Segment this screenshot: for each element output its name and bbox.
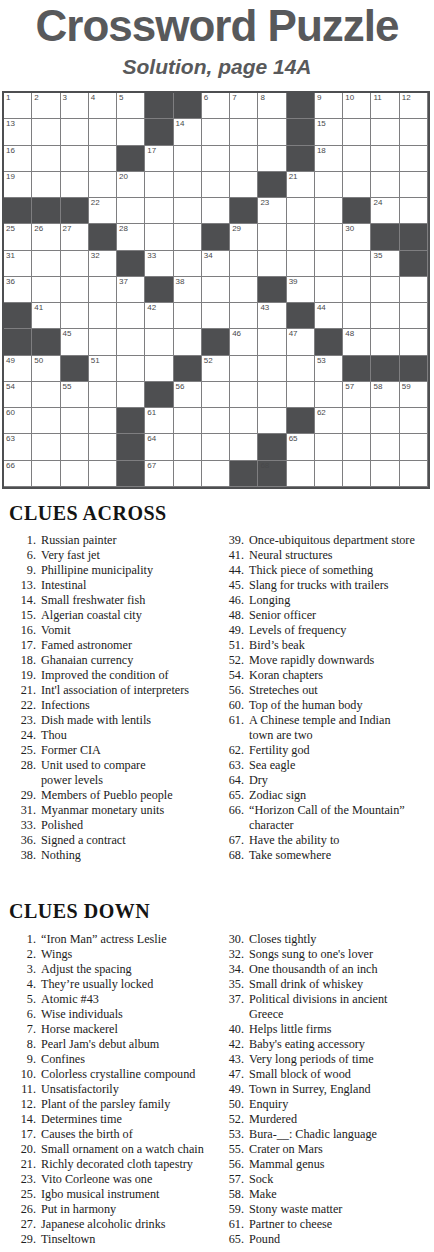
clue-number: 20. (8, 1142, 36, 1157)
grid-cell[interactable]: 57 (343, 382, 371, 408)
grid-cell[interactable] (230, 251, 258, 277)
grid-cell[interactable] (400, 146, 428, 172)
grid-cell[interactable] (371, 303, 399, 329)
grid-cell[interactable] (230, 356, 258, 382)
grid-cell[interactable]: 58 (371, 382, 399, 408)
grid-cell[interactable]: 24 (371, 198, 399, 224)
grid-cell[interactable] (202, 303, 230, 329)
clue-item: 33.Polished (8, 818, 224, 833)
grid-cell[interactable] (89, 277, 117, 303)
grid-cell[interactable] (89, 434, 117, 460)
grid-cell[interactable] (61, 408, 89, 434)
grid-cell[interactable] (202, 146, 230, 172)
grid-cell[interactable]: 65 (287, 434, 315, 460)
clue-text: Members of Pueblo people (41, 788, 173, 803)
clue-text: Small freshwater fish (41, 593, 145, 608)
cell-number: 47 (289, 329, 298, 339)
grid-cell[interactable] (315, 172, 343, 198)
grid-cell[interactable]: 52 (202, 356, 230, 382)
grid-cell[interactable] (202, 277, 230, 303)
grid-cell[interactable]: 42 (145, 303, 173, 329)
grid-cell[interactable] (32, 172, 60, 198)
grid-cell[interactable] (32, 119, 60, 145)
grid-block-cell (89, 224, 117, 250)
clue-text: Confines (41, 1052, 85, 1067)
grid-cell[interactable] (315, 277, 343, 303)
clue-number: 22. (8, 698, 36, 713)
grid-cell[interactable] (287, 251, 315, 277)
clue-number: 42. (216, 1037, 244, 1052)
grid-cell[interactable] (202, 461, 230, 487)
clue-number: 51. (216, 638, 244, 653)
grid-cell[interactable]: 16 (4, 146, 32, 172)
grid-block-cell (145, 93, 173, 119)
clue-text: Vomit (41, 623, 71, 638)
grid-cell[interactable] (371, 146, 399, 172)
clue-text: Very long periods of time (249, 1052, 374, 1067)
cell-number: 6 (204, 93, 208, 103)
clue-number: 48. (216, 608, 244, 623)
grid-cell[interactable]: 45 (61, 329, 89, 355)
clue-text: Sock (249, 1172, 273, 1187)
cell-number: 54 (6, 382, 15, 392)
grid-cell[interactable] (61, 434, 89, 460)
grid-cell[interactable]: 20 (117, 172, 145, 198)
grid-cell[interactable] (315, 382, 343, 408)
grid-cell[interactable]: 1 (4, 93, 32, 119)
grid-cell[interactable] (315, 224, 343, 250)
grid-cell[interactable]: 51 (89, 356, 117, 382)
grid-cell[interactable] (61, 172, 89, 198)
clue-item: 17.Famed astronomer (8, 638, 224, 653)
clue-item: 37.Political divisions in ancient Greece (216, 992, 432, 1022)
grid-cell[interactable] (117, 382, 145, 408)
grid-cell[interactable] (174, 329, 202, 355)
grid-cell[interactable] (343, 172, 371, 198)
clue-text: Streteches out (249, 683, 318, 698)
grid-cell[interactable]: 38 (174, 277, 202, 303)
clue-text: Partner to cheese (249, 1217, 332, 1232)
clue-item: 18.Ghanaian currency (8, 653, 224, 668)
grid-cell[interactable] (230, 119, 258, 145)
grid-cell[interactable] (174, 303, 202, 329)
grid-cell[interactable] (202, 382, 230, 408)
grid-cell[interactable]: 31 (4, 251, 32, 277)
clue-text: Koran chapters (249, 668, 323, 683)
clue-number: 19. (8, 668, 36, 683)
grid-cell[interactable] (89, 461, 117, 487)
grid-block-cell (400, 224, 428, 250)
grid-block-cell (61, 198, 89, 224)
grid-cell[interactable] (400, 277, 428, 303)
grid-cell[interactable] (258, 146, 286, 172)
clue-text: Signed a contract (41, 833, 126, 848)
grid-cell[interactable] (174, 198, 202, 224)
grid-cell[interactable] (230, 277, 258, 303)
cell-number: 64 (147, 434, 156, 444)
grid-cell[interactable] (174, 146, 202, 172)
cell-number: 61 (147, 408, 156, 418)
grid-cell[interactable] (202, 119, 230, 145)
grid-cell[interactable]: 12 (400, 93, 428, 119)
grid-cell[interactable] (371, 434, 399, 460)
grid-cell[interactable]: 21 (287, 172, 315, 198)
grid-cell[interactable]: 39 (287, 277, 315, 303)
clue-text: Russian painter (41, 533, 116, 548)
grid-cell[interactable]: 8 (258, 93, 286, 119)
clue-number: 41. (216, 548, 244, 563)
clue-item: 56.Streteches out (216, 683, 432, 698)
grid-cell[interactable] (400, 172, 428, 198)
clue-number: 2. (8, 947, 36, 962)
grid-cell[interactable] (174, 172, 202, 198)
grid-cell[interactable] (343, 408, 371, 434)
grid-cell[interactable] (89, 146, 117, 172)
grid-cell[interactable] (400, 119, 428, 145)
grid-cell[interactable]: 18 (315, 146, 343, 172)
cell-number: 3 (63, 93, 67, 103)
clue-item: 61.A Chinese temple and Indian town are … (216, 713, 432, 743)
grid-cell[interactable]: 67 (145, 461, 173, 487)
grid-cell[interactable] (315, 198, 343, 224)
grid-cell[interactable]: 29 (230, 224, 258, 250)
grid-cell[interactable]: 36 (4, 277, 32, 303)
grid-cell[interactable] (61, 303, 89, 329)
grid-cell[interactable] (202, 198, 230, 224)
cell-number: 50 (34, 356, 43, 366)
grid-cell[interactable] (145, 329, 173, 355)
clue-number: 39. (216, 533, 244, 548)
grid-cell[interactable] (258, 119, 286, 145)
grid-cell[interactable] (230, 303, 258, 329)
clue-item: 21.Int'l association of interpreters (8, 683, 224, 698)
grid-cell[interactable]: 64 (145, 434, 173, 460)
cell-number: 51 (91, 356, 100, 366)
grid-cell[interactable] (343, 146, 371, 172)
grid-cell[interactable] (371, 329, 399, 355)
grid-cell[interactable] (202, 408, 230, 434)
grid-cell[interactable]: 47 (287, 329, 315, 355)
grid-cell[interactable]: 48 (343, 329, 371, 355)
grid-cell[interactable] (174, 434, 202, 460)
grid-cell[interactable]: 54 (4, 382, 32, 408)
clue-text: Phillipine municipality (41, 563, 153, 578)
grid-cell[interactable] (258, 329, 286, 355)
clue-item: 9.Phillipine municipality (8, 563, 224, 578)
grid-cell[interactable] (400, 434, 428, 460)
cell-number: 37 (119, 277, 128, 287)
grid-cell[interactable] (117, 356, 145, 382)
grid-cell[interactable] (117, 329, 145, 355)
grid-cell[interactable] (117, 198, 145, 224)
clue-text: Dry (249, 773, 268, 788)
grid-cell[interactable] (343, 277, 371, 303)
clue-text: Neural structures (249, 548, 333, 563)
grid-cell[interactable]: 2 (32, 93, 60, 119)
grid-cell[interactable] (287, 461, 315, 487)
clue-text: Colorless crystalline compound (41, 1067, 195, 1082)
grid-cell[interactable] (400, 408, 428, 434)
grid-cell[interactable]: 44 (315, 303, 343, 329)
grid-cell[interactable] (117, 119, 145, 145)
grid-cell[interactable] (400, 198, 428, 224)
grid-cell[interactable]: 10 (343, 93, 371, 119)
grid-cell[interactable]: 53 (315, 356, 343, 382)
grid-cell[interactable]: 6 (202, 93, 230, 119)
grid-cell[interactable] (371, 119, 399, 145)
grid-cell[interactable] (61, 119, 89, 145)
grid-cell[interactable]: 13 (4, 119, 32, 145)
clue-text: Put in harmony (41, 1202, 116, 1217)
grid-cell[interactable] (258, 356, 286, 382)
grid-cell[interactable] (32, 408, 60, 434)
cell-number: 15 (317, 119, 326, 129)
grid-cell[interactable] (145, 224, 173, 250)
grid-cell[interactable]: 50 (32, 356, 60, 382)
clue-number: 44. (216, 563, 244, 578)
grid-cell[interactable] (343, 303, 371, 329)
grid-cell[interactable]: 63 (4, 434, 32, 460)
grid-cell[interactable] (315, 461, 343, 487)
grid-cell[interactable] (174, 251, 202, 277)
grid-cell[interactable] (32, 251, 60, 277)
clue-number: 50. (216, 1097, 244, 1112)
cell-number: 12 (402, 93, 411, 103)
grid-cell[interactable] (258, 251, 286, 277)
grid-cell[interactable]: 25 (4, 224, 32, 250)
clue-item: 21.Richly decorated cloth tapestry (8, 1157, 224, 1172)
grid-cell[interactable] (287, 224, 315, 250)
grid-cell[interactable]: 49 (4, 356, 32, 382)
grid-cell[interactable]: 37 (117, 277, 145, 303)
grid-cell[interactable] (230, 408, 258, 434)
grid-block-cell (230, 461, 258, 487)
grid-cell[interactable] (89, 329, 117, 355)
clue-number: 21. (8, 683, 36, 698)
clue-item: 67.Have the ability to (216, 833, 432, 848)
clues-across-column-left: 1.Russian painter6.Very fast jet9.Philli… (8, 533, 224, 863)
clue-item: 6.Very fast jet (8, 548, 224, 563)
grid-cell[interactable] (343, 434, 371, 460)
clue-item: 42.Baby's eating accessory (216, 1037, 432, 1052)
cell-number: 13 (6, 119, 15, 129)
grid-cell[interactable] (400, 329, 428, 355)
grid-cell[interactable]: 26 (32, 224, 60, 250)
clue-number: 10. (8, 1067, 36, 1082)
grid-cell[interactable]: 11 (371, 93, 399, 119)
page-title: Crossword Puzzle (0, 1, 434, 51)
clue-text: They’re usually locked (41, 977, 153, 992)
grid-cell[interactable]: 35 (371, 251, 399, 277)
grid-cell[interactable]: 3 (61, 93, 89, 119)
grid-cell[interactable]: 56 (174, 382, 202, 408)
clue-item: 46.Longing (216, 593, 432, 608)
clue-number: 29. (8, 788, 36, 803)
grid-cell[interactable] (343, 461, 371, 487)
grid-block-cell (61, 356, 89, 382)
cell-number: 34 (204, 251, 213, 261)
cell-number: 48 (345, 329, 354, 339)
clue-text: Tinseltown (41, 1232, 95, 1247)
grid-cell[interactable] (32, 434, 60, 460)
grid-cell[interactable]: 19 (4, 172, 32, 198)
grid-cell[interactable] (174, 408, 202, 434)
page-subtitle: Solution, page 14A (0, 55, 434, 79)
grid-cell[interactable] (315, 434, 343, 460)
grid-cell[interactable] (202, 172, 230, 198)
grid-cell[interactable] (174, 461, 202, 487)
grid-cell[interactable]: 9 (315, 93, 343, 119)
grid-cell[interactable]: 61 (145, 408, 173, 434)
grid-cell[interactable]: 55 (61, 382, 89, 408)
grid-cell[interactable]: 30 (343, 224, 371, 250)
grid-cell[interactable] (61, 461, 89, 487)
clue-number: 36. (8, 833, 36, 848)
clue-number: 9. (8, 1052, 36, 1067)
grid-cell[interactable]: 66 (4, 461, 32, 487)
clue-item: 9.Confines (8, 1052, 224, 1067)
grid-cell[interactable] (61, 277, 89, 303)
grid-cell[interactable] (343, 251, 371, 277)
grid-cell[interactable] (61, 146, 89, 172)
grid-block-cell (371, 224, 399, 250)
grid-cell[interactable] (258, 408, 286, 434)
grid-cell[interactable]: 15 (315, 119, 343, 145)
grid-cell[interactable] (61, 251, 89, 277)
cell-number: 58 (373, 382, 382, 392)
grid-block-cell (202, 329, 230, 355)
grid-cell[interactable]: 14 (174, 119, 202, 145)
grid-cell[interactable] (174, 224, 202, 250)
grid-cell[interactable] (371, 461, 399, 487)
clue-item: 1.“Iron Man” actress Leslie (8, 932, 224, 947)
clue-text: Levels of frequency (249, 623, 346, 638)
crossword-grid[interactable]: 1234567891011121314151617181920212223242… (2, 91, 430, 489)
grid-cell[interactable] (32, 146, 60, 172)
grid-cell[interactable]: 28 (117, 224, 145, 250)
grid-cell[interactable]: 62 (315, 408, 343, 434)
clue-text: Myanmar monetary units (41, 803, 164, 818)
grid-cell[interactable] (89, 172, 117, 198)
grid-cell[interactable]: 46 (230, 329, 258, 355)
clue-number: 65. (216, 1232, 244, 1247)
cell-number: 45 (63, 329, 72, 339)
grid-cell[interactable] (371, 172, 399, 198)
clue-number: 30. (216, 932, 244, 947)
grid-cell[interactable]: 22 (89, 198, 117, 224)
clue-item: 65.Pound (216, 1232, 432, 1247)
grid-cell[interactable] (230, 382, 258, 408)
grid-cell[interactable] (287, 356, 315, 382)
clue-item: 12.Plant of the parsley family (8, 1097, 224, 1112)
cell-number: 2 (34, 93, 38, 103)
grid-cell[interactable]: 34 (202, 251, 230, 277)
grid-cell[interactable] (400, 303, 428, 329)
grid-cell[interactable]: 7 (230, 93, 258, 119)
clue-text: Senior officer (249, 608, 316, 623)
grid-cell[interactable]: 60 (4, 408, 32, 434)
grid-cell[interactable] (371, 277, 399, 303)
clue-number: 1. (8, 533, 36, 548)
grid-cell[interactable] (202, 434, 230, 460)
cell-number: 18 (317, 146, 326, 156)
grid-cell[interactable]: 4 (89, 93, 117, 119)
grid-cell[interactable] (371, 408, 399, 434)
grid-cell[interactable] (145, 356, 173, 382)
grid-cell[interactable]: 43 (258, 303, 286, 329)
grid-cell[interactable] (32, 461, 60, 487)
cell-number: 44 (317, 303, 326, 313)
clue-item: 23.Vito Corleone was one (8, 1172, 224, 1187)
grid-cell[interactable] (230, 172, 258, 198)
grid-cell[interactable] (343, 119, 371, 145)
grid-cell[interactable]: 33 (145, 251, 173, 277)
grid-cell[interactable] (89, 382, 117, 408)
clue-text: Vito Corleone was one (41, 1172, 152, 1187)
clue-text: Take somewhere (249, 848, 331, 863)
grid-cell[interactable]: 5 (117, 93, 145, 119)
grid-block-cell (117, 434, 145, 460)
clue-number: 37. (216, 992, 244, 1022)
clue-text: Slang for trucks with trailers (249, 578, 388, 593)
clue-item: 39.Once-ubiquitous department store (216, 533, 432, 548)
cell-number: 68 (260, 461, 269, 471)
crossword-page: Crossword Puzzle Solution, page 14A 1234… (0, 0, 434, 1252)
grid-cell[interactable] (287, 382, 315, 408)
grid-cell[interactable] (258, 224, 286, 250)
grid-cell[interactable] (32, 382, 60, 408)
clue-number: 6. (8, 548, 36, 563)
grid-cell[interactable] (230, 434, 258, 460)
grid-cell[interactable] (287, 198, 315, 224)
clue-number: 61. (216, 713, 244, 743)
grid-cell[interactable] (315, 251, 343, 277)
clue-number: 29. (8, 1232, 36, 1247)
cell-number: 30 (345, 224, 354, 234)
grid-cell[interactable]: 41 (32, 303, 60, 329)
clue-text: Intestinal (41, 578, 86, 593)
grid-cell[interactable] (117, 303, 145, 329)
grid-cell[interactable] (32, 277, 60, 303)
grid-cell[interactable]: 27 (61, 224, 89, 250)
grid-block-cell (258, 434, 286, 460)
grid-cell[interactable]: 23 (258, 198, 286, 224)
grid-cell[interactable]: 32 (89, 251, 117, 277)
grid-cell[interactable] (145, 198, 173, 224)
clue-item: 25.Former CIA (8, 743, 224, 758)
grid-cell[interactable] (89, 408, 117, 434)
grid-cell[interactable] (230, 146, 258, 172)
grid-cell[interactable] (145, 172, 173, 198)
grid-cell[interactable] (89, 119, 117, 145)
clue-number: 40. (216, 1022, 244, 1037)
grid-cell[interactable] (89, 303, 117, 329)
grid-cell[interactable]: 17 (145, 146, 173, 172)
cell-number: 28 (119, 224, 128, 234)
clue-number: 52. (216, 653, 244, 668)
clue-text: Improved the condition of (41, 668, 169, 683)
cell-number: 31 (6, 251, 15, 261)
clue-text: “Horizon Call of the Mountain” character (249, 803, 405, 833)
grid-cell[interactable] (400, 461, 428, 487)
clue-number: 57. (216, 1172, 244, 1187)
clue-item: 14.Small freshwater fish (8, 593, 224, 608)
clue-number: 5. (8, 992, 36, 1007)
grid-cell[interactable] (258, 382, 286, 408)
grid-cell[interactable]: 59 (400, 382, 428, 408)
clue-text: Baby's eating accessory (249, 1037, 365, 1052)
clue-item: 20.Small ornament on a watch chain (8, 1142, 224, 1157)
